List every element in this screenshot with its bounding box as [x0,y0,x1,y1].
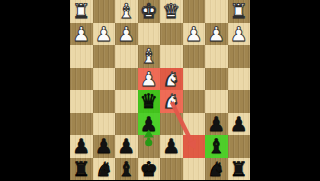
square-b7[interactable]: ♝ [205,135,228,158]
white-rook-h1[interactable]: ♜ [70,0,93,23]
black-rook-a8[interactable]: ♜ [228,158,251,181]
square-h7[interactable]: ♟ [70,135,93,158]
white-pawn-c2[interactable]: ♟ [183,23,206,46]
square-f3[interactable] [115,45,138,68]
square-d4[interactable]: ♞ [160,68,183,91]
square-b4[interactable] [205,68,228,91]
white-queen-d1[interactable]: ♛ [160,0,183,23]
white-pawn-e4[interactable]: ♟ [138,68,161,91]
square-c7[interactable] [183,135,206,158]
square-e7[interactable] [138,135,161,158]
square-d3[interactable] [160,45,183,68]
square-c5[interactable] [183,90,206,113]
square-e2[interactable] [138,23,161,46]
square-a4[interactable] [228,68,251,91]
square-b3[interactable] [205,45,228,68]
square-a7[interactable] [228,135,251,158]
square-h1[interactable]: ♜ [70,0,93,23]
square-e3[interactable]: ♝ [138,45,161,68]
white-bishop-e3[interactable]: ♝ [138,45,161,68]
square-f2[interactable]: ♟ [115,23,138,46]
square-e6[interactable]: ♟ [138,113,161,136]
square-c8[interactable] [183,158,206,181]
black-king-e8[interactable]: ♚ [138,158,161,181]
white-pawn-a2[interactable]: ♟ [228,23,251,46]
square-b6[interactable]: ♟ [205,113,228,136]
square-g5[interactable] [93,90,116,113]
square-f7[interactable]: ♟ [115,135,138,158]
square-b1[interactable] [205,0,228,23]
square-a6[interactable]: ♟ [228,113,251,136]
black-pawn-g7[interactable]: ♟ [93,135,116,158]
black-pawn-e6[interactable]: ♟ [138,113,161,136]
white-bishop-f1[interactable]: ♝ [115,0,138,23]
square-d1[interactable]: ♛ [160,0,183,23]
square-g3[interactable] [93,45,116,68]
black-knight-g8[interactable]: ♞ [93,158,116,181]
square-a3[interactable] [228,45,251,68]
white-pawn-g2[interactable]: ♟ [93,23,116,46]
black-pawn-a6[interactable]: ♟ [228,113,251,136]
white-king-e1[interactable]: ♚ [138,0,161,23]
square-h6[interactable] [70,113,93,136]
square-g8[interactable]: ♞ [93,158,116,181]
square-c1[interactable] [183,0,206,23]
black-pawn-f7[interactable]: ♟ [115,135,138,158]
white-rook-a1[interactable]: ♜ [228,0,251,23]
white-pawn-f2[interactable]: ♟ [115,23,138,46]
white-pawn-b2[interactable]: ♟ [205,23,228,46]
chess-app-window: ♜♝♚♛♜♟♟♟♟♟♟♝♟♞♛♞♟♟♟♟♟♟♟♝♜♞♝♚♞♜ [0,0,320,180]
square-d2[interactable] [160,23,183,46]
white-knight-d5[interactable]: ♞ [160,90,183,113]
square-g4[interactable] [93,68,116,91]
letterbox-right [250,0,320,180]
square-a8[interactable]: ♜ [228,158,251,181]
square-b8[interactable]: ♞ [205,158,228,181]
white-knight-d4[interactable]: ♞ [160,68,183,91]
chess-board[interactable]: ♜♝♚♛♜♟♟♟♟♟♟♝♟♞♛♞♟♟♟♟♟♟♟♝♜♞♝♚♞♜ [70,0,250,180]
square-c6[interactable] [183,113,206,136]
square-h4[interactable] [70,68,93,91]
black-queen-e5[interactable]: ♛ [138,90,161,113]
square-c4[interactable] [183,68,206,91]
black-pawn-b6[interactable]: ♟ [205,113,228,136]
black-pawn-h7[interactable]: ♟ [70,135,93,158]
square-g6[interactable] [93,113,116,136]
square-f4[interactable] [115,68,138,91]
square-a2[interactable]: ♟ [228,23,251,46]
square-c3[interactable] [183,45,206,68]
black-bishop-b7[interactable]: ♝ [205,135,228,158]
white-pawn-h2[interactable]: ♟ [70,23,93,46]
square-h8[interactable]: ♜ [70,158,93,181]
square-h3[interactable] [70,45,93,68]
square-a5[interactable] [228,90,251,113]
square-b2[interactable]: ♟ [205,23,228,46]
square-h2[interactable]: ♟ [70,23,93,46]
black-pawn-d7[interactable]: ♟ [160,135,183,158]
square-f1[interactable]: ♝ [115,0,138,23]
square-d5[interactable]: ♞ [160,90,183,113]
square-f6[interactable] [115,113,138,136]
square-d8[interactable] [160,158,183,181]
square-g2[interactable]: ♟ [93,23,116,46]
square-a1[interactable]: ♜ [228,0,251,23]
square-h5[interactable] [70,90,93,113]
square-g1[interactable] [93,0,116,23]
black-bishop-f8[interactable]: ♝ [115,158,138,181]
black-rook-h8[interactable]: ♜ [70,158,93,181]
square-f5[interactable] [115,90,138,113]
letterbox-left [0,0,70,180]
square-e5[interactable]: ♛ [138,90,161,113]
black-knight-b8[interactable]: ♞ [205,158,228,181]
square-e8[interactable]: ♚ [138,158,161,181]
square-c2[interactable]: ♟ [183,23,206,46]
square-f8[interactable]: ♝ [115,158,138,181]
square-e1[interactable]: ♚ [138,0,161,23]
square-d7[interactable]: ♟ [160,135,183,158]
square-g7[interactable]: ♟ [93,135,116,158]
square-b5[interactable] [205,90,228,113]
square-e4[interactable]: ♟ [138,68,161,91]
red-highlight-c7 [183,135,206,158]
square-d6[interactable] [160,113,183,136]
